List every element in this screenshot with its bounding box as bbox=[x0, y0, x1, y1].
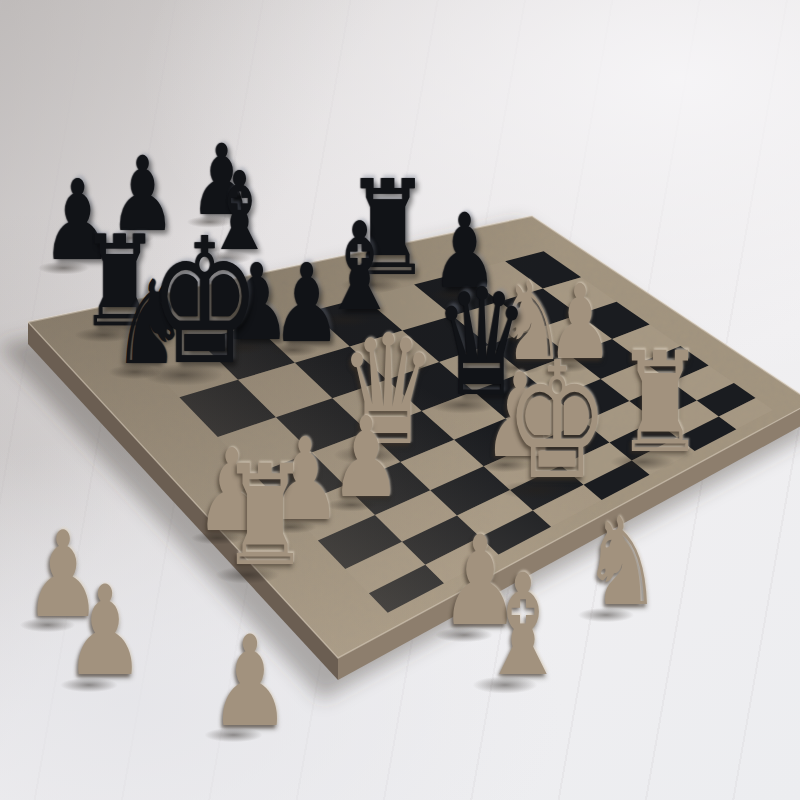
marble-countertop: ♟♟♝♟♜♟♝♜♟♟♟♞♞♚♛♛♜♟♚♟♟♟♜♞♟♟♟♝♟ bbox=[0, 0, 800, 800]
pieces-layer: ♟♟♝♟♜♟♝♜♟♟♟♞♞♚♛♛♜♟♚♟♟♟♜♞♟♟♟♝♟ bbox=[0, 0, 800, 800]
white-pawn-offboard-7[interactable]: ♟ bbox=[210, 619, 291, 744]
white-rook-c3[interactable]: ♜ bbox=[220, 447, 309, 586]
white-bishop-offboard-9[interactable]: ♝ bbox=[478, 556, 568, 696]
white-rook-h4[interactable]: ♜ bbox=[615, 334, 704, 473]
black-pawn-e8[interactable]: ♟ bbox=[272, 250, 342, 358]
white-king-g4[interactable]: ♚ bbox=[505, 341, 609, 502]
white-pawn-offboard-6[interactable]: ♟ bbox=[65, 570, 145, 694]
black-king-c8[interactable]: ♚ bbox=[149, 214, 261, 388]
white-knight-offboard-10[interactable]: ♞ bbox=[583, 503, 661, 624]
